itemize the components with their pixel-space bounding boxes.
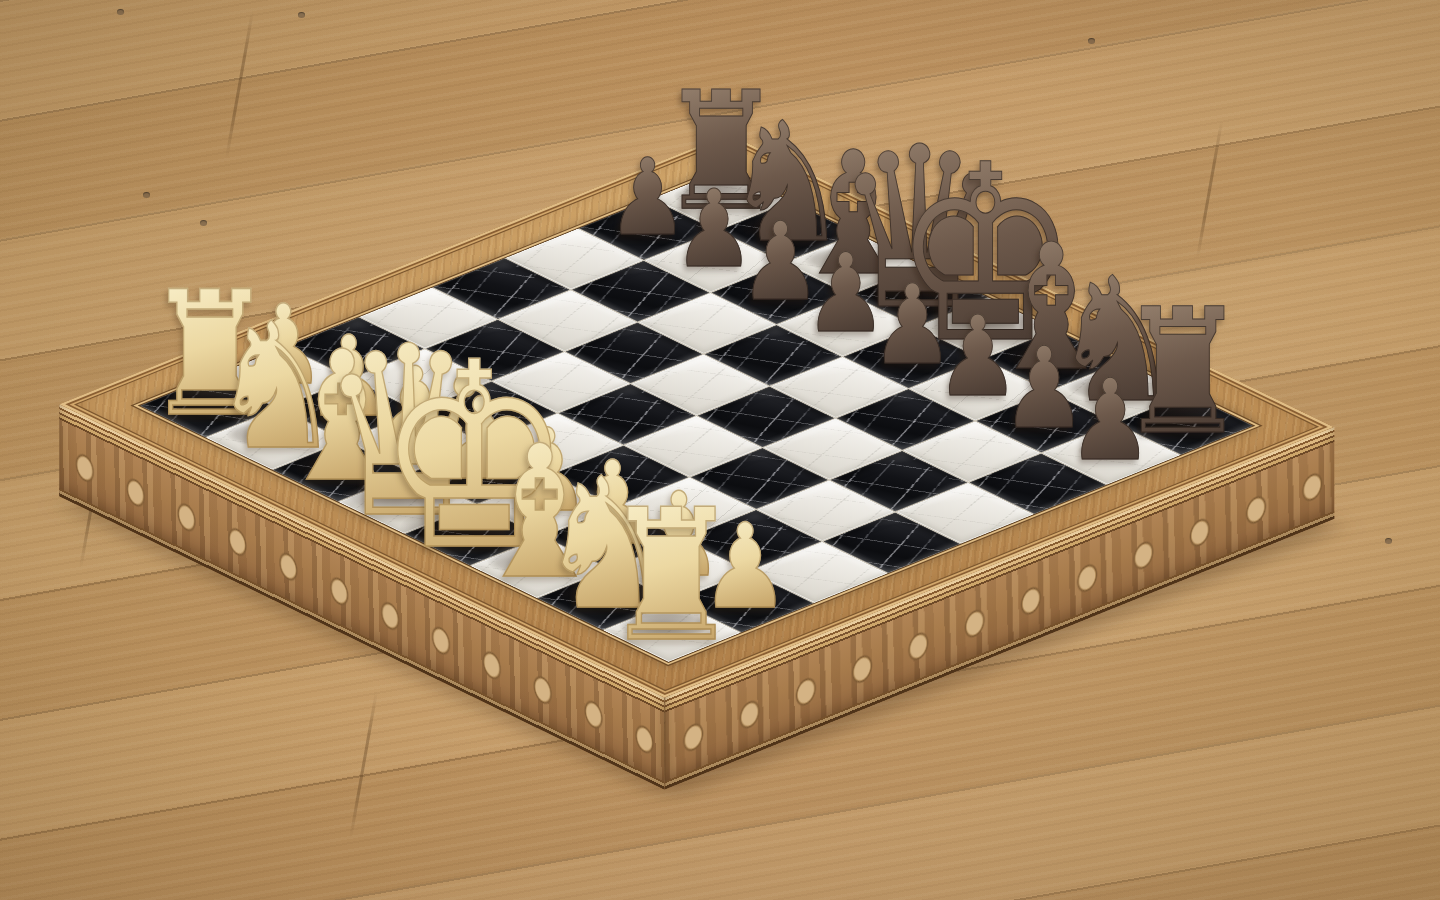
rook-glyph: ♜ — [603, 485, 742, 667]
wood-floor: ♜♟♞♟♝♟♛♟♚♟♝♟♟♞♜♟♟♜♞♟♟♝♟♛♟♚♟♝♟♞♟♜ — [0, 0, 1440, 900]
piece-black-pawn-h7[interactable]: ♟ — [970, 364, 1250, 476]
chess-board: ♜♟♞♟♝♟♛♟♚♟♝♟♟♞♜♟♟♜♞♟♟♝♟♛♟♚♟♝♟♞♟♜ — [0, 0, 1440, 900]
pawn-glyph: ♟ — [1067, 364, 1152, 476]
piece-white-rook-h1[interactable]: ♜ — [532, 485, 812, 667]
